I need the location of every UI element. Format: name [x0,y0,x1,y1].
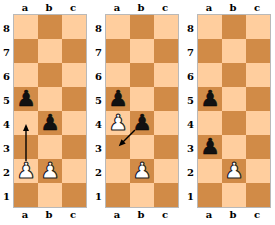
rank-label-3: 3 [92,136,105,160]
rank-label-2: 2 [184,160,197,184]
square-a1[interactable] [14,183,38,207]
rank-label-6: 6 [184,64,197,88]
file-label-c: c [153,209,177,221]
file-label-c: c [245,209,269,221]
square-a8[interactable] [14,15,38,39]
square-a1[interactable] [198,183,222,207]
rank-label-1: 1 [92,184,105,208]
square-c1[interactable] [246,183,270,207]
square-b7[interactable] [38,39,62,63]
file-label-c: c [153,2,177,14]
black-pawn-a5[interactable]: ♟ [14,87,38,111]
rank-labels-board-2: 87654321 [92,14,105,208]
square-b3[interactable] [130,135,154,159]
square-c7[interactable] [62,39,86,63]
rank-label-8: 8 [184,16,197,40]
file-label-a: a [13,209,37,221]
square-a5[interactable]: ♟ [106,87,130,111]
square-c2[interactable] [246,159,270,183]
square-c6[interactable] [246,63,270,87]
board-panel-1: abc87654321♟♟♟♟abc [0,1,92,221]
square-b3[interactable] [222,135,246,159]
square-a2[interactable] [106,159,130,183]
square-c3[interactable] [246,135,270,159]
square-b2[interactable]: ♟ [222,159,246,183]
square-a3[interactable] [106,135,130,159]
rank-labels-board-3: 87654321 [184,14,197,208]
square-a8[interactable] [198,15,222,39]
black-pawn-b4[interactable]: ♟ [130,111,154,135]
file-labels-top-board-3: abc [184,1,275,14]
file-labels-bottom-board-3: abc [184,208,275,221]
en-passant-diagram-row: abc87654321♟♟♟♟abcabc87654321♟♟♟♟abcabc8… [0,0,275,221]
square-c3[interactable] [154,135,178,159]
file-label-a: a [105,209,129,221]
rank-label-5: 5 [184,88,197,112]
corner-spacer [184,208,197,221]
square-c4[interactable] [246,111,270,135]
square-a6[interactable] [106,63,130,87]
square-a2[interactable]: ♟ [14,159,38,183]
rank-label-6: 6 [92,64,105,88]
rank-label-5: 5 [0,88,13,112]
square-c5[interactable] [246,87,270,111]
black-pawn-b4[interactable]: ♟ [38,111,62,135]
square-b6[interactable] [38,63,62,87]
black-pawn-a5[interactable]: ♟ [106,87,130,111]
board-panel-3: abc87654321♟♟♟abc [184,1,275,221]
square-a7[interactable] [198,39,222,63]
file-label-c: c [61,209,85,221]
rank-label-1: 1 [0,184,13,208]
file-labels-top-board-1: abc [0,1,92,14]
square-a4[interactable] [14,111,38,135]
square-b7[interactable] [130,39,154,63]
rank-label-2: 2 [92,160,105,184]
file-label-c: c [245,2,269,14]
square-b5[interactable] [222,87,246,111]
square-a2[interactable] [198,159,222,183]
square-b1[interactable] [222,183,246,207]
square-c7[interactable] [246,39,270,63]
corner-spacer [92,208,105,221]
white-pawn-b2[interactable]: ♟ [222,159,246,183]
rank-label-5: 5 [92,88,105,112]
square-c8[interactable] [154,15,178,39]
square-b6[interactable] [130,63,154,87]
rank-label-4: 4 [184,112,197,136]
file-label-b: b [129,2,153,14]
file-label-a: a [197,2,221,14]
rank-label-3: 3 [184,136,197,160]
square-c5[interactable] [154,87,178,111]
square-b2[interactable]: ♟ [38,159,62,183]
file-label-c: c [61,2,85,14]
square-b4[interactable]: ♟ [130,111,154,135]
square-a5[interactable]: ♟ [14,87,38,111]
rank-label-3: 3 [0,136,13,160]
square-c3[interactable] [62,135,86,159]
square-b4[interactable]: ♟ [38,111,62,135]
square-b1[interactable] [38,183,62,207]
square-c4[interactable] [62,111,86,135]
file-label-a: a [105,2,129,14]
square-b2[interactable]: ♟ [130,159,154,183]
rank-label-8: 8 [92,16,105,40]
file-labels-top-board-2: abc [92,1,184,14]
square-a3[interactable] [14,135,38,159]
file-label-b: b [37,2,61,14]
rank-label-7: 7 [92,40,105,64]
square-c5[interactable] [62,87,86,111]
white-pawn-a2[interactable]: ♟ [14,159,38,183]
square-b1[interactable] [130,183,154,207]
white-pawn-b2[interactable]: ♟ [38,159,62,183]
corner-spacer [0,208,13,221]
square-b4[interactable] [222,111,246,135]
square-c1[interactable] [154,183,178,207]
square-a6[interactable] [14,63,38,87]
square-c2[interactable] [154,159,178,183]
square-b6[interactable] [222,63,246,87]
square-b5[interactable] [130,87,154,111]
square-b3[interactable] [38,135,62,159]
square-b8[interactable] [130,15,154,39]
white-pawn-a4[interactable]: ♟ [106,111,130,135]
rank-label-4: 4 [0,112,13,136]
square-a5[interactable]: ♟ [198,87,222,111]
square-a6[interactable] [198,63,222,87]
file-label-a: a [197,209,221,221]
square-c8[interactable] [246,15,270,39]
square-c2[interactable] [62,159,86,183]
file-label-b: b [221,209,245,221]
rank-label-7: 7 [184,40,197,64]
rank-label-2: 2 [0,160,13,184]
rank-labels-board-1: 87654321 [0,14,13,208]
file-label-a: a [13,2,37,14]
square-c7[interactable] [154,39,178,63]
square-c6[interactable] [154,63,178,87]
file-label-b: b [129,209,153,221]
chess-board-1: ♟♟♟♟ [13,14,87,208]
white-pawn-b2[interactable]: ♟ [130,159,154,183]
rank-label-4: 4 [92,112,105,136]
file-label-b: b [37,209,61,221]
corner-spacer [0,1,13,14]
square-a7[interactable] [106,39,130,63]
corner-spacer [184,1,197,14]
black-pawn-a5[interactable]: ♟ [198,87,222,111]
square-a4[interactable] [198,111,222,135]
square-a7[interactable] [14,39,38,63]
square-b8[interactable] [38,15,62,39]
square-c1[interactable] [62,183,86,207]
square-a4[interactable]: ♟ [106,111,130,135]
rank-label-8: 8 [0,16,13,40]
rank-label-6: 6 [0,64,13,88]
black-pawn-a3[interactable]: ♟ [198,135,222,159]
square-a3[interactable]: ♟ [198,135,222,159]
corner-spacer [92,1,105,14]
file-label-b: b [221,2,245,14]
square-c6[interactable] [62,63,86,87]
board-panel-2: abc87654321♟♟♟♟abc [92,1,184,221]
chess-board-2: ♟♟♟♟ [105,14,179,208]
file-labels-bottom-board-1: abc [0,208,92,221]
square-a1[interactable] [106,183,130,207]
square-a8[interactable] [106,15,130,39]
square-b5[interactable] [38,87,62,111]
square-b7[interactable] [222,39,246,63]
square-b8[interactable] [222,15,246,39]
rank-label-7: 7 [0,40,13,64]
file-labels-bottom-board-2: abc [92,208,184,221]
chess-board-3: ♟♟♟ [197,14,271,208]
square-c4[interactable] [154,111,178,135]
rank-label-1: 1 [184,184,197,208]
square-c8[interactable] [62,15,86,39]
